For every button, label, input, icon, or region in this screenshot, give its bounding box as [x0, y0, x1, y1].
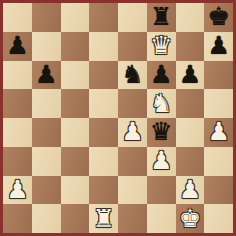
piece-black-pawn-a7[interactable]: ♟ [6, 32, 28, 60]
piece-black-queen-f4[interactable]: ♛ [150, 118, 172, 146]
square-f2[interactable] [147, 176, 176, 205]
square-f4[interactable]: ♛ [147, 118, 176, 147]
square-g3[interactable] [176, 147, 205, 176]
square-b1[interactable] [32, 204, 61, 233]
piece-white-queen-f7[interactable]: ♛ [150, 32, 172, 60]
square-f8[interactable]: ♜ [147, 3, 176, 32]
piece-black-rook-f8[interactable]: ♜ [150, 3, 172, 31]
square-c2[interactable] [61, 176, 90, 205]
square-d4[interactable] [89, 118, 118, 147]
square-c1[interactable] [61, 204, 90, 233]
square-b2[interactable] [32, 176, 61, 205]
square-e1[interactable] [118, 204, 147, 233]
chess-board-frame: ♜♚♟♛♟♟♞♟♟♞♟♛♟♟♟♟♜♚ [0, 0, 236, 236]
square-h7[interactable]: ♟ [204, 32, 233, 61]
square-b8[interactable] [32, 3, 61, 32]
piece-white-pawn-e4[interactable]: ♟ [121, 118, 143, 146]
square-e8[interactable] [118, 3, 147, 32]
piece-black-pawn-h7[interactable]: ♟ [207, 32, 229, 60]
square-g4[interactable] [176, 118, 205, 147]
square-d3[interactable] [89, 147, 118, 176]
piece-black-knight-e6[interactable]: ♞ [121, 61, 143, 89]
square-a7[interactable]: ♟ [3, 32, 32, 61]
square-c5[interactable] [61, 89, 90, 118]
chess-board: ♜♚♟♛♟♟♞♟♟♞♟♛♟♟♟♟♜♚ [3, 3, 233, 233]
square-e2[interactable] [118, 176, 147, 205]
square-c4[interactable] [61, 118, 90, 147]
square-e7[interactable] [118, 32, 147, 61]
square-f6[interactable]: ♟ [147, 61, 176, 90]
square-g2[interactable]: ♟ [176, 176, 205, 205]
square-d8[interactable] [89, 3, 118, 32]
square-e3[interactable] [118, 147, 147, 176]
piece-black-pawn-f6[interactable]: ♟ [150, 61, 172, 89]
square-a6[interactable] [3, 61, 32, 90]
square-b4[interactable] [32, 118, 61, 147]
square-g7[interactable] [176, 32, 205, 61]
square-c7[interactable] [61, 32, 90, 61]
square-f3[interactable]: ♟ [147, 147, 176, 176]
square-a4[interactable] [3, 118, 32, 147]
square-h2[interactable] [204, 176, 233, 205]
piece-white-king-g1[interactable]: ♚ [179, 205, 201, 233]
square-e6[interactable]: ♞ [118, 61, 147, 90]
square-f5[interactable]: ♞ [147, 89, 176, 118]
square-h5[interactable] [204, 89, 233, 118]
square-h4[interactable]: ♟ [204, 118, 233, 147]
square-a5[interactable] [3, 89, 32, 118]
piece-white-pawn-f3[interactable]: ♟ [150, 147, 172, 175]
square-b6[interactable]: ♟ [32, 61, 61, 90]
square-h3[interactable] [204, 147, 233, 176]
square-b5[interactable] [32, 89, 61, 118]
square-h1[interactable] [204, 204, 233, 233]
square-f7[interactable]: ♛ [147, 32, 176, 61]
square-h8[interactable]: ♚ [204, 3, 233, 32]
piece-black-pawn-b6[interactable]: ♟ [35, 61, 57, 89]
piece-white-rook-d1[interactable]: ♜ [92, 205, 114, 233]
square-d2[interactable] [89, 176, 118, 205]
piece-white-knight-f5[interactable]: ♞ [150, 90, 172, 118]
square-c3[interactable] [61, 147, 90, 176]
piece-white-pawn-a2[interactable]: ♟ [6, 176, 28, 204]
square-a3[interactable] [3, 147, 32, 176]
square-d1[interactable]: ♜ [89, 204, 118, 233]
square-g1[interactable]: ♚ [176, 204, 205, 233]
piece-black-king-h8[interactable]: ♚ [207, 3, 229, 31]
piece-white-pawn-h4[interactable]: ♟ [207, 118, 229, 146]
square-a1[interactable] [3, 204, 32, 233]
square-e4[interactable]: ♟ [118, 118, 147, 147]
square-b7[interactable] [32, 32, 61, 61]
square-h6[interactable] [204, 61, 233, 90]
square-g5[interactable] [176, 89, 205, 118]
square-a2[interactable]: ♟ [3, 176, 32, 205]
square-e5[interactable] [118, 89, 147, 118]
square-b3[interactable] [32, 147, 61, 176]
square-d7[interactable] [89, 32, 118, 61]
square-g6[interactable]: ♟ [176, 61, 205, 90]
square-f1[interactable] [147, 204, 176, 233]
square-d6[interactable] [89, 61, 118, 90]
square-g8[interactable] [176, 3, 205, 32]
square-d5[interactable] [89, 89, 118, 118]
square-c6[interactable] [61, 61, 90, 90]
piece-white-pawn-g2[interactable]: ♟ [179, 176, 201, 204]
piece-black-pawn-g6[interactable]: ♟ [179, 61, 201, 89]
square-a8[interactable] [3, 3, 32, 32]
square-c8[interactable] [61, 3, 90, 32]
